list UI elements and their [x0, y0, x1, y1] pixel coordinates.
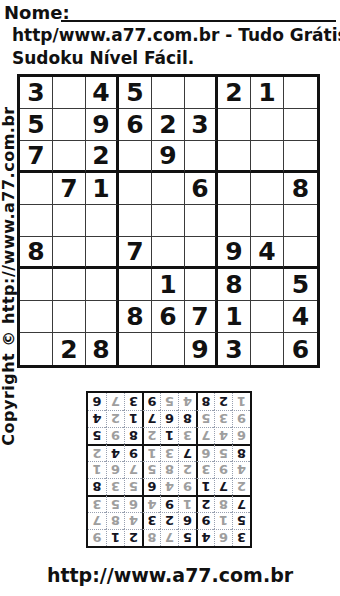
solution-cell-r1c9: 9: [88, 529, 106, 546]
solution-cell-r5c2: 9: [214, 461, 232, 478]
cell-r1c1[interactable]: 3: [20, 77, 53, 109]
solution-cell-r6c3: 6: [196, 444, 214, 461]
cell-r9c1[interactable]: [20, 333, 53, 365]
cell-r9c6[interactable]: 9: [185, 333, 218, 365]
cell-r2c1[interactable]: 5: [20, 109, 53, 141]
cell-r2c3[interactable]: 9: [86, 109, 119, 141]
solution-cell-r1c6: 8: [142, 529, 160, 546]
cell-r1c2[interactable]: [53, 77, 86, 109]
cell-r7c6[interactable]: [185, 269, 218, 301]
cell-r6c1[interactable]: 8: [20, 237, 53, 269]
cell-r2c4[interactable]: 6: [119, 109, 152, 141]
cell-r1c4[interactable]: 5: [119, 77, 152, 109]
cell-r8c7[interactable]: 1: [218, 301, 251, 333]
cell-r4c1[interactable]: [20, 173, 53, 205]
cell-r7c3[interactable]: [86, 269, 119, 301]
cell-r6c8[interactable]: 4: [251, 237, 284, 269]
solution-cell-r9c3: 8: [196, 393, 214, 410]
cell-r9c2[interactable]: 2: [53, 333, 86, 365]
cell-r5c1[interactable]: [20, 205, 53, 237]
solution-cell-r1c7: 2: [124, 529, 142, 546]
footer-url: http://www.a77.com.br: [0, 564, 340, 586]
solution-cell-r4c4: 9: [178, 478, 196, 495]
cell-r7c8[interactable]: [251, 269, 284, 301]
solution-cell-r7c1: 6: [232, 427, 250, 444]
solution-cell-r2c4: 6: [178, 512, 196, 529]
solution-cell-r7c7: 8: [124, 427, 142, 444]
solution-cell-r9c2: 2: [214, 393, 232, 410]
solution-cell-r8c7: 1: [124, 410, 142, 427]
cell-r5c8[interactable]: [251, 205, 284, 237]
cell-r8c3[interactable]: [86, 301, 119, 333]
solution-cell-r2c9: 7: [88, 512, 106, 529]
solution-cell-r3c8: 5: [106, 495, 124, 512]
solution-cell-r3c3: 2: [196, 495, 214, 512]
solution-cell-r8c8: 2: [106, 410, 124, 427]
solution-cell-r5c5: 8: [160, 461, 178, 478]
solution-cell-r5c3: 3: [196, 461, 214, 478]
cell-r2c2[interactable]: [53, 109, 86, 141]
cell-r3c9[interactable]: [284, 141, 317, 173]
solution-cell-r7c8: 9: [106, 427, 124, 444]
cell-r5c9[interactable]: [284, 205, 317, 237]
cell-r2c6[interactable]: 3: [185, 109, 218, 141]
cell-r6c5[interactable]: [152, 237, 185, 269]
solution-cell-r4c7: 5: [124, 478, 142, 495]
cell-r9c3[interactable]: 8: [86, 333, 119, 365]
cell-r7c1[interactable]: [20, 269, 53, 301]
solution-cell-r3c7: 6: [124, 495, 142, 512]
solution-cell-r9c8: 7: [106, 393, 124, 410]
cell-r6c7[interactable]: 9: [218, 237, 251, 269]
cell-r6c6[interactable]: [185, 237, 218, 269]
solution-cell-r9c1: 1: [232, 393, 250, 410]
cell-r5c5[interactable]: [152, 205, 185, 237]
solution-cell-r8c1: 9: [232, 410, 250, 427]
solution-cell-r4c8: 3: [106, 478, 124, 495]
solution-cell-r9c9: 6: [88, 393, 106, 410]
cell-r8c9[interactable]: 4: [284, 301, 317, 333]
cell-r2c9[interactable]: [284, 109, 317, 141]
cell-r1c3[interactable]: 4: [86, 77, 119, 109]
solution-cell-r6c9: 2: [88, 444, 106, 461]
cell-r4c7[interactable]: [218, 173, 251, 205]
cell-r9c7[interactable]: 3: [218, 333, 251, 365]
solution-cell-r5c1: 4: [232, 461, 250, 478]
name-label: Nome:: [4, 2, 70, 23]
solution-cell-r3c2: 8: [214, 495, 232, 512]
solution-cell-r6c4: 7: [178, 444, 196, 461]
name-blank-line: [61, 20, 336, 22]
cell-r3c7[interactable]: [218, 141, 251, 173]
solution-cell-r2c3: 9: [196, 512, 214, 529]
solution-cell-r4c2: 7: [214, 478, 232, 495]
solution-cell-r3c6: 4: [142, 495, 160, 512]
solution-cell-r6c2: 5: [214, 444, 232, 461]
worksheet-page: Nome: http/www.a77.com.br - Tudo Grátis.…: [0, 0, 340, 596]
solution-cell-r1c1: 3: [232, 529, 250, 546]
solution-cell-r8c2: 3: [214, 410, 232, 427]
cell-r7c7[interactable]: 8: [218, 269, 251, 301]
solution-cell-r7c2: 4: [214, 427, 232, 444]
solution-cell-r4c9: 8: [88, 478, 106, 495]
solution-cell-r1c5: 7: [160, 529, 178, 546]
solution-cell-r8c9: 4: [88, 410, 106, 427]
cell-r3c8[interactable]: [251, 141, 284, 173]
cell-r5c2[interactable]: [53, 205, 86, 237]
cell-r3c2[interactable]: [53, 141, 86, 173]
solution-cell-r8c6: 7: [142, 410, 160, 427]
solution-cell-r5c9: 1: [88, 461, 106, 478]
solution-cell-r2c8: 8: [106, 512, 124, 529]
solution-cell-r9c4: 4: [178, 393, 196, 410]
cell-r8c6[interactable]: 7: [185, 301, 218, 333]
solution-cell-r1c8: 1: [106, 529, 124, 546]
cell-r6c2[interactable]: [53, 237, 86, 269]
solution-cell-r5c7: 7: [124, 461, 142, 478]
solution-cell-r7c5: 1: [160, 427, 178, 444]
cell-r8c1[interactable]: [20, 301, 53, 333]
solution-cell-r6c1: 8: [232, 444, 250, 461]
solution-cell-r6c5: 3: [160, 444, 178, 461]
site-tagline: http/www.a77.com.br - Tudo Grátis.: [12, 25, 340, 45]
solution-cell-r9c5: 5: [160, 393, 178, 410]
cell-r6c3[interactable]: [86, 237, 119, 269]
cell-r4c3[interactable]: 1: [86, 173, 119, 205]
solution-cell-r1c3: 4: [196, 529, 214, 546]
cell-r4c5[interactable]: [152, 173, 185, 205]
cell-r4c8[interactable]: [251, 173, 284, 205]
solution-cell-r5c4: 2: [178, 461, 196, 478]
solution-cell-r2c2: 1: [214, 512, 232, 529]
solution-cell-r8c3: 5: [196, 410, 214, 427]
solution-cell-r6c6: 1: [142, 444, 160, 461]
cell-r7c4[interactable]: [119, 269, 152, 301]
cell-r5c6[interactable]: [185, 205, 218, 237]
solution-cell-r2c1: 5: [232, 512, 250, 529]
solution-cell-r4c5: 4: [160, 478, 178, 495]
cell-r1c9[interactable]: [284, 77, 317, 109]
cell-r9c9[interactable]: 6: [284, 333, 317, 365]
cell-r7c5[interactable]: 1: [152, 269, 185, 301]
solution-grid: 3645782195196234877821946532719465384932…: [86, 391, 252, 548]
cell-r2c8[interactable]: [251, 109, 284, 141]
solution-cell-r7c6: 2: [142, 427, 160, 444]
cell-r9c4[interactable]: [119, 333, 152, 365]
solution-cell-r2c5: 2: [160, 512, 178, 529]
cell-r1c7[interactable]: 2: [218, 77, 251, 109]
cell-r8c5[interactable]: 6: [152, 301, 185, 333]
cell-r8c8[interactable]: [251, 301, 284, 333]
solution-cell-r4c1: 2: [232, 478, 250, 495]
cell-r4c4[interactable]: [119, 173, 152, 205]
solution-cell-r8c5: 6: [160, 410, 178, 427]
copyright-vertical-text: Copyright © http://www.a77.com.br: [0, 90, 19, 462]
solution-cell-r9c7: 3: [124, 393, 142, 410]
solution-cell-r3c9: 3: [88, 495, 106, 512]
solution-cell-r5c6: 5: [142, 461, 160, 478]
solution-cell-r2c6: 3: [142, 512, 160, 529]
page-title: Sudoku Nível Fácil.: [12, 48, 194, 68]
cell-r6c9[interactable]: [284, 237, 317, 269]
solution-cell-r7c4: 3: [178, 427, 196, 444]
sudoku-grid: 3452159623729716887941858671428936: [17, 74, 320, 368]
solution-cell-r7c9: 5: [88, 427, 106, 444]
solution-cell-r3c5: 9: [160, 495, 178, 512]
cell-r4c6[interactable]: 6: [185, 173, 218, 205]
solution-cell-r4c6: 6: [142, 478, 160, 495]
solution-cell-r6c8: 4: [106, 444, 124, 461]
cell-r2c5[interactable]: 2: [152, 109, 185, 141]
solution-cell-r7c3: 7: [196, 427, 214, 444]
solution-cell-r6c7: 9: [124, 444, 142, 461]
solution-cell-r4c3: 1: [196, 478, 214, 495]
cell-r4c2[interactable]: 7: [53, 173, 86, 205]
cell-r8c4[interactable]: 8: [119, 301, 152, 333]
solution-cell-r5c8: 6: [106, 461, 124, 478]
cell-r5c4[interactable]: [119, 205, 152, 237]
solution-cell-r2c7: 4: [124, 512, 142, 529]
cell-r2c7[interactable]: [218, 109, 251, 141]
solution-cell-r1c4: 5: [178, 529, 196, 546]
solution-cell-r3c4: 1: [178, 495, 196, 512]
cell-r7c2[interactable]: [53, 269, 86, 301]
cell-r1c5[interactable]: [152, 77, 185, 109]
cell-r3c3[interactable]: 2: [86, 141, 119, 173]
solution-cell-r1c2: 6: [214, 529, 232, 546]
cell-r8c2[interactable]: [53, 301, 86, 333]
cell-r3c6[interactable]: [185, 141, 218, 173]
cell-r3c5[interactable]: 9: [152, 141, 185, 173]
cell-r3c4[interactable]: [119, 141, 152, 173]
solution-cell-r9c6: 9: [142, 393, 160, 410]
cell-r5c7[interactable]: [218, 205, 251, 237]
cell-r4c9[interactable]: 8: [284, 173, 317, 205]
solution-cell-r8c4: 8: [178, 410, 196, 427]
cell-r6c4[interactable]: 7: [119, 237, 152, 269]
cell-r7c9[interactable]: 5: [284, 269, 317, 301]
cell-r3c1[interactable]: 7: [20, 141, 53, 173]
cell-r9c5[interactable]: [152, 333, 185, 365]
cell-r1c6[interactable]: [185, 77, 218, 109]
solution-cell-r3c1: 7: [232, 495, 250, 512]
cell-r9c8[interactable]: [251, 333, 284, 365]
cell-r5c3[interactable]: [86, 205, 119, 237]
cell-r1c8[interactable]: 1: [251, 77, 284, 109]
